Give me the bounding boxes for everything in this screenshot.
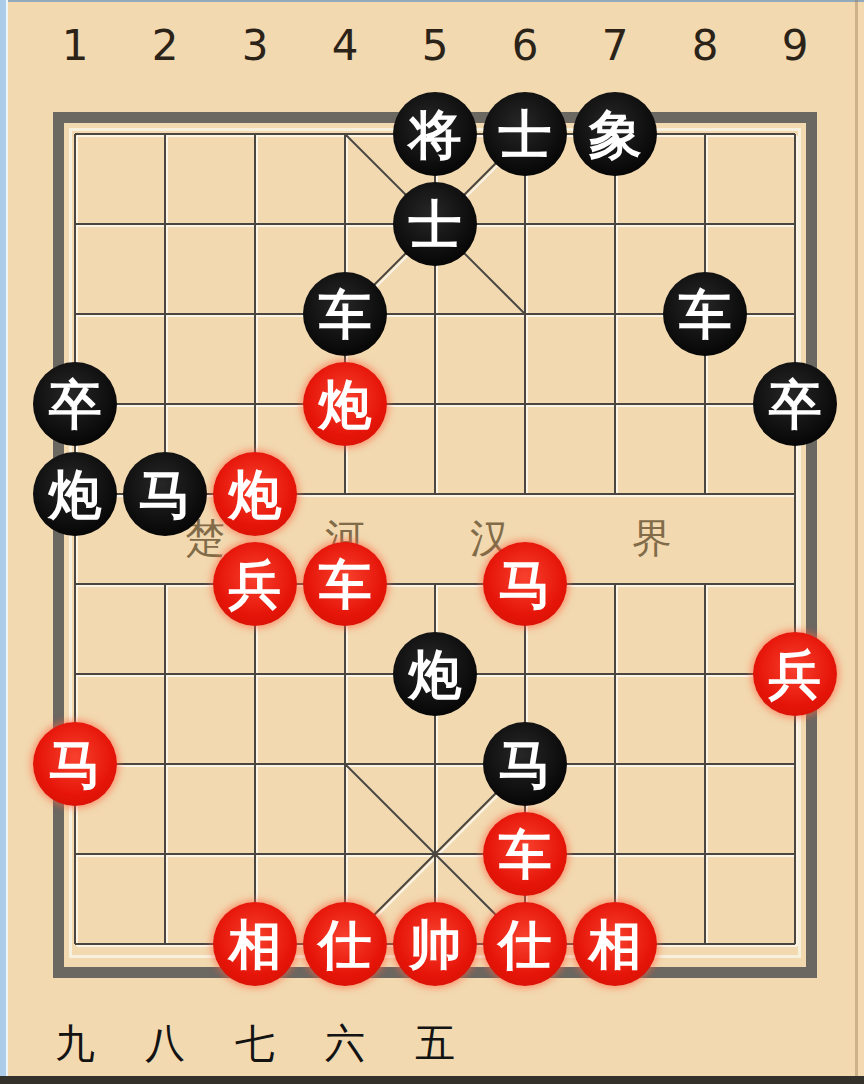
piece-red-cannon[interactable]: 炮 bbox=[303, 362, 387, 446]
piece-black-cannon[interactable]: 炮 bbox=[393, 632, 477, 716]
piece-red-advisor[interactable]: 仕 bbox=[483, 902, 567, 986]
file-label-bottom-2: 八 bbox=[145, 1016, 185, 1071]
piece-red-general[interactable]: 帅 bbox=[393, 902, 477, 986]
file-label-top-3: 3 bbox=[242, 21, 269, 70]
page-edge-top bbox=[0, 0, 864, 2]
piece-black-chariot[interactable]: 车 bbox=[663, 272, 747, 356]
file-label-top-6: 6 bbox=[512, 21, 539, 70]
file-label-bottom-3: 七 bbox=[235, 1016, 275, 1071]
piece-black-advisor[interactable]: 士 bbox=[483, 92, 567, 176]
piece-red-chariot[interactable]: 车 bbox=[303, 542, 387, 626]
piece-red-soldier[interactable]: 兵 bbox=[753, 632, 837, 716]
piece-black-soldier[interactable]: 卒 bbox=[33, 362, 117, 446]
file-label-bottom-4: 六 bbox=[325, 1016, 365, 1071]
piece-black-chariot[interactable]: 车 bbox=[303, 272, 387, 356]
piece-red-elephant[interactable]: 相 bbox=[213, 902, 297, 986]
piece-black-general[interactable]: 将 bbox=[393, 92, 477, 176]
xiangqi-app: 123456789 楚河汉界 将士象士车车卒炮卒炮马炮兵车马炮兵马马车相仕帅仕相… bbox=[0, 0, 864, 1084]
file-label-bottom-1: 九 bbox=[55, 1016, 95, 1071]
file-label-bottom-5: 五 bbox=[415, 1016, 455, 1071]
file-label-top-5: 5 bbox=[422, 21, 449, 70]
file-label-top-1: 1 bbox=[62, 21, 89, 70]
page-edge-left bbox=[0, 0, 8, 1084]
piece-black-cannon[interactable]: 炮 bbox=[33, 452, 117, 536]
piece-black-advisor[interactable]: 士 bbox=[393, 182, 477, 266]
piece-red-cannon[interactable]: 炮 bbox=[213, 452, 297, 536]
piece-red-chariot[interactable]: 车 bbox=[483, 812, 567, 896]
piece-red-horse[interactable]: 马 bbox=[33, 722, 117, 806]
river-char-3: 界 bbox=[632, 511, 672, 566]
piece-black-elephant[interactable]: 象 bbox=[573, 92, 657, 176]
file-label-top-4: 4 bbox=[332, 21, 359, 70]
file-label-top-2: 2 bbox=[152, 21, 179, 70]
file-label-top-9: 9 bbox=[782, 21, 809, 70]
piece-red-horse[interactable]: 马 bbox=[483, 542, 567, 626]
piece-black-horse[interactable]: 马 bbox=[123, 452, 207, 536]
file-label-top-8: 8 bbox=[692, 21, 719, 70]
piece-black-soldier[interactable]: 卒 bbox=[753, 362, 837, 446]
file-label-top-7: 7 bbox=[602, 21, 629, 70]
piece-black-horse[interactable]: 马 bbox=[483, 722, 567, 806]
piece-red-soldier[interactable]: 兵 bbox=[213, 542, 297, 626]
page-edge-bottom bbox=[0, 1076, 864, 1084]
page-edge-right bbox=[855, 0, 858, 1084]
piece-red-advisor[interactable]: 仕 bbox=[303, 902, 387, 986]
piece-red-elephant[interactable]: 相 bbox=[573, 902, 657, 986]
